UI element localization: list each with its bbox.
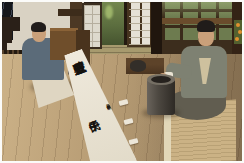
foliage-highlight (105, 5, 113, 19)
orange-flowers (234, 20, 244, 44)
flower (236, 23, 240, 27)
photo: 五穀豊穣 大正拾年初秋 氏子中 (0, 0, 244, 163)
flower (238, 30, 242, 34)
right-mannequin-hair (197, 20, 215, 32)
banner-dedication-text: 氏子中 (81, 110, 95, 115)
center-pillar (151, 0, 162, 56)
shoji-screen-right (127, 0, 152, 47)
metal-ink-pot-mouth (151, 76, 171, 83)
open-doorway-garden (102, 1, 127, 45)
flower (235, 37, 239, 41)
ink-bowl (130, 60, 146, 72)
left-mannequin-hair (31, 22, 46, 32)
